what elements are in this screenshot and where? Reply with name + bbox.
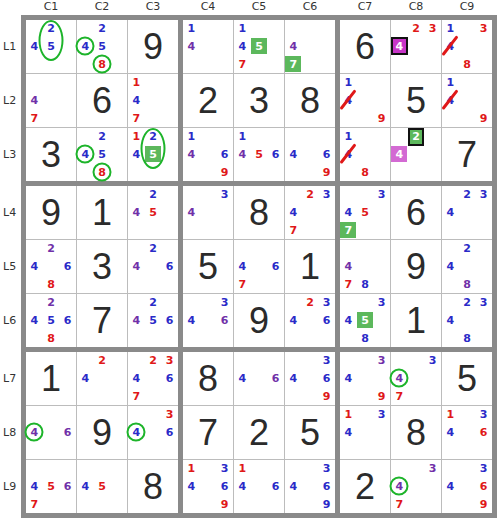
candidate-3: 3	[480, 463, 488, 474]
col-label-C5: C5	[252, 0, 267, 13]
solved-digit: 2	[249, 415, 269, 451]
candidate-slot-4: 4	[128, 204, 145, 222]
candidate-3: 3	[480, 23, 488, 34]
col-label-C6: C6	[303, 0, 318, 13]
candidate-slot-3: 3	[424, 20, 441, 38]
candidate-8: 8	[47, 279, 55, 290]
cell-L6C2[interactable]: 7	[77, 294, 127, 347]
candidate-slot-5: 5	[43, 312, 60, 330]
candidate-slot-1: 1	[340, 406, 357, 424]
candidate-6: 6	[480, 481, 488, 492]
candidate-7: 7	[345, 279, 353, 290]
row-label-L4: L4	[3, 206, 16, 219]
candidate-slot-8: 8	[459, 329, 476, 347]
candidate-slot-3: 3	[475, 20, 492, 38]
col-label-C7: C7	[358, 0, 373, 13]
candidate-4: 4	[345, 427, 353, 438]
candidate-slot-2: 2	[145, 352, 162, 370]
candidate-slot-4: 4	[234, 258, 251, 276]
cell-L8C5[interactable]: 2	[234, 406, 284, 459]
candidate-3: 3	[480, 189, 488, 200]
candidate-slot-4: 4	[183, 38, 200, 56]
candidate-6: 6	[323, 481, 331, 492]
candidate-6: 6	[221, 481, 229, 492]
cell-L1C5[interactable]: 1457	[234, 20, 284, 73]
candidate-slot-4: 4	[391, 370, 408, 388]
candidate-1: 1	[345, 77, 353, 88]
row-label-L7: L7	[3, 372, 16, 385]
candidate-slot-2: 2	[408, 128, 425, 146]
candidate-slot-2: 2	[43, 20, 60, 38]
cell-L1C6[interactable]: 47	[285, 20, 335, 73]
candidate-3: 3	[323, 355, 331, 366]
row-label-L1: L1	[3, 40, 16, 53]
candidate-slot-1: 1	[183, 128, 200, 146]
candidate-slot-4: 4	[77, 370, 94, 388]
candidate-slot-5: 5	[145, 312, 162, 330]
candidate-slot-4: 4	[128, 424, 145, 442]
cell-L3C6[interactable]: 469	[285, 128, 335, 181]
solved-digit: 9	[41, 195, 61, 231]
candidate-slot-5: 5	[43, 478, 60, 496]
candidate-slot-7: 7	[340, 275, 357, 293]
candidate-slot-8: 8	[43, 275, 60, 293]
candidate-slot-6: 6	[216, 312, 233, 330]
solved-digit: 5	[457, 361, 477, 397]
candidate-6: 6	[64, 481, 72, 492]
candidate-4: 4	[82, 41, 90, 52]
candidate-slot-6: 6	[318, 312, 335, 330]
candidate-2: 2	[98, 131, 106, 142]
cell-L7C1[interactable]: 1	[26, 352, 76, 405]
candidate-slot-2: 2	[459, 294, 476, 312]
cell-L6C5[interactable]: 9	[234, 294, 284, 347]
candidate-slot-4: 4	[183, 204, 200, 222]
candidate-6: 6	[64, 315, 72, 326]
candidate-slot-4: 4	[285, 478, 302, 496]
col-label-C4: C4	[201, 0, 216, 13]
candidate-slot-9: 9	[475, 109, 492, 127]
candidate-slot-2: 2	[145, 294, 162, 312]
candidate-slot-2: 2	[43, 294, 60, 312]
cell-L7C4[interactable]: 8	[183, 352, 233, 405]
cell-L6C8[interactable]: 1	[391, 294, 441, 347]
candidate-slot-6: 6	[475, 424, 492, 442]
cell-L1C3[interactable]: 9	[128, 20, 178, 73]
row-label-L9: L9	[3, 480, 16, 493]
candidate-4: 4	[82, 481, 90, 492]
candidate-1: 1	[447, 409, 455, 420]
candidate-4: 4	[290, 481, 298, 492]
candidate-slot-4: 4	[234, 38, 251, 56]
row-label-L8: L8	[3, 426, 16, 439]
candidate-slot-2: 2	[302, 186, 319, 204]
candidate-slot-9: 9	[318, 495, 335, 513]
candidate-slot-1: 1	[442, 74, 459, 92]
cell-L3C4[interactable]: 1469	[183, 128, 233, 181]
cell-L5C4[interactable]: 5	[183, 240, 233, 293]
candidate-slot-4: 4	[391, 478, 408, 496]
cell-L8C2[interactable]: 9	[77, 406, 127, 459]
cell-L6C6[interactable]: 2346	[285, 294, 335, 347]
cell-L9C2[interactable]: 45	[77, 460, 127, 513]
cell-L5C6[interactable]: 1	[285, 240, 335, 293]
box-8: 8463469725134691463469	[183, 352, 335, 513]
row-label-L3: L3	[3, 148, 16, 161]
cell-L1C8[interactable]: 234	[391, 20, 441, 73]
solved-digit: 3	[41, 137, 61, 173]
candidate-5: 5	[149, 315, 157, 326]
solved-digit: 1	[300, 249, 320, 285]
candidate-slot-7: 7	[26, 495, 43, 513]
candidate-2: 2	[306, 297, 314, 308]
cell-L3C3[interactable]: 1245	[128, 128, 178, 181]
candidate-4: 4	[239, 481, 247, 492]
cell-L3C9[interactable]: 7	[442, 128, 492, 181]
candidate-9: 9	[323, 499, 331, 510]
cell-L6C4[interactable]: 346	[183, 294, 233, 347]
candidate-slot-7: 7	[391, 387, 408, 405]
candidate-5: 5	[98, 481, 106, 492]
solved-digit: 8	[143, 469, 163, 505]
candidate-slot-6: 6	[59, 312, 76, 330]
cell-L7C3[interactable]: 23467	[128, 352, 178, 405]
candidate-4: 4	[447, 315, 455, 326]
candidate-slot-6: 6	[59, 424, 76, 442]
cell-L9C4[interactable]: 13469	[183, 460, 233, 513]
candidate-slot-2: 2	[302, 294, 319, 312]
cell-L8C1[interactable]: 46	[26, 406, 76, 459]
solved-digit: 7	[92, 303, 112, 339]
candidate-slot-4: 4	[285, 204, 302, 222]
candidate-6: 6	[480, 427, 488, 438]
candidate-7: 7	[133, 113, 141, 124]
candidate-slot-4: 4	[234, 146, 251, 164]
candidate-8: 8	[361, 333, 369, 344]
candidate-slot-5: 5	[43, 38, 60, 56]
cell-L7C9[interactable]: 5	[442, 352, 492, 405]
candidate-9: 9	[221, 167, 229, 178]
candidate-6: 6	[272, 149, 280, 160]
cell-L6C3[interactable]: 2456	[128, 294, 178, 347]
candidate-5: 5	[98, 41, 106, 52]
cell-L9C6[interactable]: 3469	[285, 460, 335, 513]
candidate-slot-1: 1	[340, 128, 357, 146]
candidate-slot-4: 4	[234, 478, 251, 496]
candidate-6: 6	[166, 315, 174, 326]
candidate-slot-3: 3	[373, 352, 390, 370]
candidate-4: 4	[133, 207, 141, 218]
candidate-3: 3	[429, 355, 437, 366]
candidate-5: 5	[361, 207, 369, 218]
candidate-slot-9: 9	[216, 163, 233, 181]
candidate-slot-8: 8	[357, 329, 374, 347]
candidate-3: 3	[378, 355, 386, 366]
solved-digit: 8	[406, 415, 426, 451]
candidate-4: 4	[447, 261, 455, 272]
candidate-4: 4	[239, 261, 247, 272]
candidate-slot-6: 6	[216, 478, 233, 496]
candidate-1: 1	[239, 131, 247, 142]
box-2: 1414574723814691456469	[183, 20, 335, 181]
cell-L1C4[interactable]: 14	[183, 20, 233, 73]
candidate-slot-9: 9	[216, 495, 233, 513]
cell-L7C6[interactable]: 3469	[285, 352, 335, 405]
highlighted-candidate-7: 7	[285, 56, 301, 72]
candidate-8: 8	[47, 333, 55, 344]
cell-L8C3[interactable]: 346	[128, 406, 178, 459]
candidate-slot-6: 6	[161, 258, 178, 276]
cell-L2C4[interactable]: 2	[183, 74, 233, 127]
box-7: 124234674693464567458	[26, 352, 178, 513]
candidate-slot-4: 4	[285, 312, 302, 330]
candidate-4: 4	[396, 481, 404, 492]
candidate-slot-4: 4	[442, 258, 459, 276]
candidate-8: 8	[361, 167, 369, 178]
candidate-1: 1	[447, 77, 455, 88]
candidate-slot-8: 8	[459, 275, 476, 293]
candidate-4: 4	[345, 207, 353, 218]
candidate-4: 4	[188, 481, 196, 492]
candidate-2: 2	[149, 243, 157, 254]
cell-L2C7[interactable]: 149	[340, 74, 390, 127]
cell-L4C1[interactable]: 9	[26, 186, 76, 239]
candidate-4: 4	[290, 41, 298, 52]
candidate-9: 9	[378, 391, 386, 402]
cell-L9C5[interactable]: 146	[234, 460, 284, 513]
candidate-slot-4: 4	[183, 478, 200, 496]
cell-L2C9[interactable]: 149	[442, 74, 492, 127]
candidate-slot-4: 4	[285, 146, 302, 164]
candidate-slot-3: 3	[216, 186, 233, 204]
candidate-slot-2: 2	[94, 20, 111, 38]
candidate-9: 9	[323, 391, 331, 402]
candidate-slot-6: 6	[318, 370, 335, 388]
cell-L8C8[interactable]: 8	[391, 406, 441, 459]
candidate-3: 3	[429, 23, 437, 34]
cell-L1C7[interactable]: 6	[340, 20, 390, 73]
candidate-4: 4	[133, 261, 141, 272]
cell-L7C5[interactable]: 46	[234, 352, 284, 405]
candidate-2: 2	[47, 243, 55, 254]
candidate-1: 1	[345, 409, 353, 420]
candidate-2: 2	[306, 189, 314, 200]
candidate-slot-4: 4	[128, 92, 145, 110]
candidate-1: 1	[345, 131, 353, 142]
candidate-9: 9	[480, 499, 488, 510]
cell-L3C1[interactable]: 3	[26, 128, 76, 181]
candidate-3: 3	[378, 297, 386, 308]
candidate-3: 3	[166, 355, 174, 366]
candidate-slot-6: 6	[161, 424, 178, 442]
cell-L6C1[interactable]: 24568	[26, 294, 76, 347]
candidate-6: 6	[166, 427, 174, 438]
cell-L4C6[interactable]: 2347	[285, 186, 335, 239]
candidate-slot-4: 4	[26, 312, 43, 330]
candidate-4: 4	[31, 95, 39, 106]
cell-L7C7[interactable]: 349	[340, 352, 390, 405]
cell-L7C2[interactable]: 24	[77, 352, 127, 405]
candidate-1: 1	[239, 23, 247, 34]
candidate-4: 4	[133, 149, 141, 160]
candidate-1: 1	[188, 463, 196, 474]
candidate-slot-4: 4	[340, 258, 357, 276]
cell-L9C8[interactable]: 347	[391, 460, 441, 513]
solved-digit: 9	[92, 415, 112, 451]
cell-L5C2[interactable]: 3	[77, 240, 127, 293]
candidate-4: 4	[239, 41, 247, 52]
cell-L5C3[interactable]: 246	[128, 240, 178, 293]
candidate-2: 2	[149, 189, 157, 200]
candidate-4: 4	[447, 427, 455, 438]
cell-L2C2[interactable]: 6	[77, 74, 127, 127]
candidate-3: 3	[480, 409, 488, 420]
candidate-slot-4: 4	[340, 204, 357, 222]
cell-L2C6[interactable]: 8	[285, 74, 335, 127]
candidate-slot-3: 3	[216, 460, 233, 478]
candidate-slot-4: 4	[285, 38, 302, 56]
candidate-7: 7	[396, 391, 404, 402]
candidate-9: 9	[378, 113, 386, 124]
col-label-C2: C2	[95, 0, 110, 13]
cell-L4C8[interactable]: 6	[391, 186, 441, 239]
candidate-7: 7	[396, 499, 404, 510]
candidate-slot-1: 1	[183, 460, 200, 478]
candidate-8: 8	[98, 167, 106, 178]
cell-L3C2[interactable]: 2458	[77, 128, 127, 181]
candidate-5: 5	[98, 149, 106, 160]
candidate-2: 2	[412, 23, 420, 34]
candidate-slot-3: 3	[424, 352, 441, 370]
cell-L8C9[interactable]: 1346	[442, 406, 492, 459]
candidate-6: 6	[64, 261, 72, 272]
candidate-slot-4: 4	[442, 92, 459, 110]
cell-L3C5[interactable]: 1456	[234, 128, 284, 181]
box-5: 34823475467134692346	[183, 186, 335, 347]
cell-L3C8[interactable]: 24	[391, 128, 441, 181]
solved-digit: 9	[406, 249, 426, 285]
candidate-slot-3: 3	[373, 186, 390, 204]
candidate-slot-2: 2	[94, 352, 111, 370]
candidate-slot-5: 5	[145, 204, 162, 222]
solved-digit: 9	[249, 303, 269, 339]
candidate-slot-4: 4	[183, 312, 200, 330]
cell-L1C2[interactable]: 2458	[77, 20, 127, 73]
cell-L8C7[interactable]: 134	[340, 406, 390, 459]
candidate-slot-4: 4	[340, 424, 357, 442]
candidate-slot-3: 3	[318, 186, 335, 204]
cell-L6C9[interactable]: 2348	[442, 294, 492, 347]
cell-L9C3[interactable]: 8	[128, 460, 178, 513]
candidate-2: 2	[463, 243, 471, 254]
cell-L4C4[interactable]: 34	[183, 186, 233, 239]
candidate-slot-6: 6	[267, 146, 284, 164]
cell-L2C1[interactable]: 47	[26, 74, 76, 127]
candidate-2: 2	[149, 297, 157, 308]
solved-digit: 7	[198, 415, 218, 451]
candidate-slot-5: 5	[251, 146, 268, 164]
candidate-slot-1: 1	[442, 406, 459, 424]
cell-L5C8[interactable]: 9	[391, 240, 441, 293]
cell-L2C5[interactable]: 3	[234, 74, 284, 127]
candidate-4: 4	[290, 373, 298, 384]
candidate-slot-8: 8	[94, 163, 111, 181]
cell-L8C6[interactable]: 5	[285, 406, 335, 459]
candidate-4: 4	[447, 207, 455, 218]
candidate-slot-6: 6	[161, 370, 178, 388]
candidate-slot-3: 3	[475, 406, 492, 424]
cell-L2C3[interactable]: 147	[128, 74, 178, 127]
candidate-slot-7: 7	[234, 275, 251, 293]
solved-digit: 1	[92, 195, 112, 231]
sudoku-board: 2452458947614732458124514145747238146914…	[21, 15, 497, 518]
cell-L9C1[interactable]: 4567	[26, 460, 76, 513]
candidate-6: 6	[166, 373, 174, 384]
cell-L4C7[interactable]: 3457	[340, 186, 390, 239]
candidate-slot-3: 3	[216, 294, 233, 312]
cell-L8C4[interactable]: 7	[183, 406, 233, 459]
candidate-slot-4: 4	[77, 38, 94, 56]
candidate-1: 1	[188, 131, 196, 142]
candidate-slot-6: 6	[59, 258, 76, 276]
candidate-slot-6: 6	[216, 146, 233, 164]
cell-L5C1[interactable]: 2468	[26, 240, 76, 293]
cell-L4C2[interactable]: 1	[77, 186, 127, 239]
solved-digit: 5	[406, 83, 426, 119]
cell-L4C3[interactable]: 245	[128, 186, 178, 239]
cell-L5C9[interactable]: 248	[442, 240, 492, 293]
cell-L4C5[interactable]: 8	[234, 186, 284, 239]
candidate-slot-1: 1	[128, 128, 145, 146]
candidate-5: 5	[47, 481, 55, 492]
candidate-slot-4: 4	[128, 370, 145, 388]
candidate-4: 4	[133, 315, 141, 326]
candidate-slot-3: 3	[475, 294, 492, 312]
candidate-8: 8	[361, 279, 369, 290]
candidate-9: 9	[221, 499, 229, 510]
cell-L4C9[interactable]: 234	[442, 186, 492, 239]
candidate-4: 4	[31, 41, 39, 52]
cell-L2C8[interactable]: 5	[391, 74, 441, 127]
candidate-slot-8: 8	[459, 55, 476, 73]
cell-L3C7[interactable]: 148	[340, 128, 390, 181]
cell-L7C8[interactable]: 347	[391, 352, 441, 405]
candidate-3: 3	[221, 297, 229, 308]
candidate-slot-1: 1	[234, 460, 251, 478]
cell-L1C1[interactable]: 245	[26, 20, 76, 73]
candidate-3: 3	[378, 189, 386, 200]
cell-L9C9[interactable]: 3469	[442, 460, 492, 513]
candidate-3: 3	[323, 297, 331, 308]
solved-digit: 6	[406, 195, 426, 231]
candidate-slot-8: 8	[94, 55, 111, 73]
cell-L6C7[interactable]: 3458	[340, 294, 390, 347]
cell-L5C7[interactable]: 478	[340, 240, 390, 293]
candidate-slot-6: 6	[475, 478, 492, 496]
sudoku-solver-page: C1C2C3C4C5C6C7C8C9 L1L2L3L4L5L6L7L8L9 24…	[0, 0, 500, 525]
candidate-4: 4	[345, 149, 353, 160]
candidate-6: 6	[323, 373, 331, 384]
box-9: 34934751348134623473469	[340, 352, 492, 513]
candidate-6: 6	[221, 315, 229, 326]
cell-L5C5[interactable]: 467	[234, 240, 284, 293]
cell-L1C9[interactable]: 1348	[442, 20, 492, 73]
candidate-slot-9: 9	[318, 163, 335, 181]
candidate-slot-4: 4	[285, 370, 302, 388]
candidate-4: 4	[345, 95, 353, 106]
cell-L9C7[interactable]: 2	[340, 460, 390, 513]
col-label-C1: C1	[44, 0, 59, 13]
